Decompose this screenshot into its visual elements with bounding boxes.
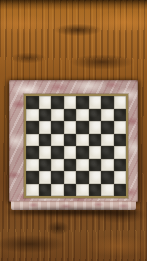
square-r8c5[interactable] <box>76 184 89 197</box>
square-r1c2[interactable] <box>39 96 52 109</box>
square-r6c6[interactable] <box>89 159 102 172</box>
square-r4c8[interactable] <box>114 134 127 147</box>
square-r5c6[interactable] <box>89 146 102 159</box>
square-r8c3[interactable] <box>51 184 64 197</box>
board-shadow <box>8 209 139 215</box>
square-r4c1[interactable] <box>26 134 39 147</box>
square-r5c2[interactable] <box>39 146 52 159</box>
square-r7c8[interactable] <box>114 171 127 184</box>
square-r7c7[interactable] <box>101 171 114 184</box>
square-r2c1[interactable] <box>26 109 39 122</box>
square-r8c4[interactable] <box>64 184 77 197</box>
square-r8c1[interactable] <box>26 184 39 197</box>
square-r7c4[interactable] <box>64 171 77 184</box>
square-r7c3[interactable] <box>51 171 64 184</box>
square-r2c2[interactable] <box>39 109 52 122</box>
square-r6c4[interactable] <box>64 159 77 172</box>
square-r3c4[interactable] <box>64 121 77 134</box>
square-r6c7[interactable] <box>101 159 114 172</box>
square-r3c8[interactable] <box>114 121 127 134</box>
square-r2c6[interactable] <box>89 109 102 122</box>
square-r8c2[interactable] <box>39 184 52 197</box>
square-r7c1[interactable] <box>26 171 39 184</box>
square-r5c8[interactable] <box>114 146 127 159</box>
square-r6c1[interactable] <box>26 159 39 172</box>
square-r4c3[interactable] <box>51 134 64 147</box>
square-r1c4[interactable] <box>64 96 77 109</box>
square-r3c3[interactable] <box>51 121 64 134</box>
square-r3c5[interactable] <box>76 121 89 134</box>
square-r3c1[interactable] <box>26 121 39 134</box>
square-r2c5[interactable] <box>76 109 89 122</box>
square-r4c7[interactable] <box>101 134 114 147</box>
square-r6c8[interactable] <box>114 159 127 172</box>
square-r4c4[interactable] <box>64 134 77 147</box>
square-r1c6[interactable] <box>89 96 102 109</box>
square-r2c7[interactable] <box>101 109 114 122</box>
board-grid <box>24 94 128 198</box>
square-r5c1[interactable] <box>26 146 39 159</box>
square-r1c1[interactable] <box>26 96 39 109</box>
square-r6c3[interactable] <box>51 159 64 172</box>
square-r4c5[interactable] <box>76 134 89 147</box>
square-r7c6[interactable] <box>89 171 102 184</box>
square-r2c4[interactable] <box>64 109 77 122</box>
square-r2c8[interactable] <box>114 109 127 122</box>
square-r6c5[interactable] <box>76 159 89 172</box>
square-r5c5[interactable] <box>76 146 89 159</box>
square-r8c6[interactable] <box>89 184 102 197</box>
square-r5c4[interactable] <box>64 146 77 159</box>
square-r1c5[interactable] <box>76 96 89 109</box>
square-r3c2[interactable] <box>39 121 52 134</box>
square-r8c8[interactable] <box>114 184 127 197</box>
square-r1c7[interactable] <box>101 96 114 109</box>
square-r3c7[interactable] <box>101 121 114 134</box>
square-r7c2[interactable] <box>39 171 52 184</box>
square-r8c7[interactable] <box>101 184 114 197</box>
square-r3c6[interactable] <box>89 121 102 134</box>
square-r4c6[interactable] <box>89 134 102 147</box>
marble-chessboard <box>9 80 138 202</box>
table-surface <box>0 0 147 261</box>
square-r5c3[interactable] <box>51 146 64 159</box>
square-r1c3[interactable] <box>51 96 64 109</box>
square-r6c2[interactable] <box>39 159 52 172</box>
square-r4c2[interactable] <box>39 134 52 147</box>
square-r7c5[interactable] <box>76 171 89 184</box>
square-r2c3[interactable] <box>51 109 64 122</box>
square-r1c8[interactable] <box>114 96 127 109</box>
square-r5c7[interactable] <box>101 146 114 159</box>
